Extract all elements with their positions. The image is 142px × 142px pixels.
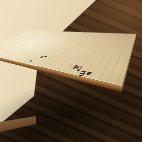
- large-rosette-ornament-icon: [69, 64, 82, 69]
